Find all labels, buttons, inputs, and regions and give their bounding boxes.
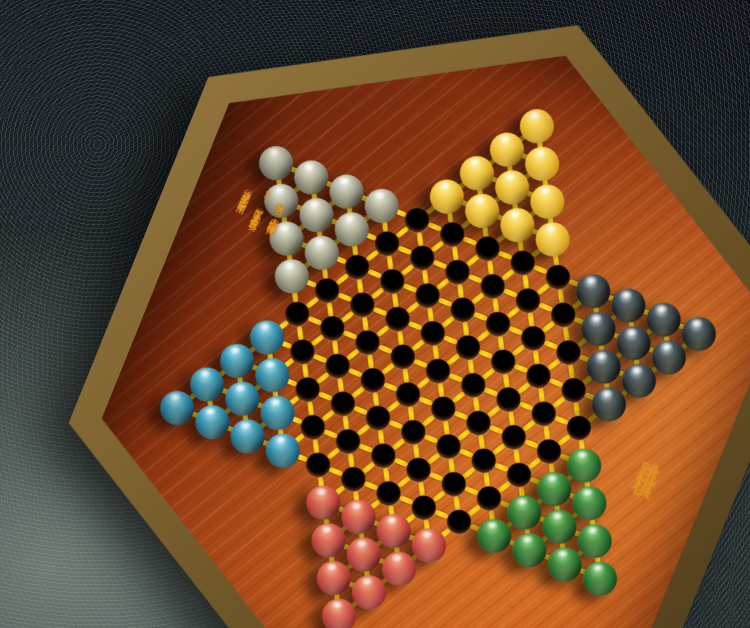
board-line-dash — [533, 349, 540, 364]
board-line-dash — [557, 288, 564, 303]
board-line-dash — [467, 359, 474, 374]
board-line-dash — [416, 231, 423, 246]
board-line-dash — [332, 339, 339, 354]
board-line-dash — [527, 312, 534, 327]
board-line-dash — [362, 316, 369, 331]
board-line-dash — [397, 330, 404, 345]
board-line-dash — [543, 425, 550, 440]
board-line-dash — [452, 245, 459, 260]
photo-stage: 警告：内含细小物件 3岁以下儿童不宜玩耍 须在成年人监护下使用 跳棋 — [0, 0, 750, 628]
board-line-dash — [372, 391, 379, 406]
board-line-dash — [453, 495, 460, 510]
marble-smoke-gray[interactable] — [254, 141, 298, 185]
board-line-dash — [422, 269, 429, 284]
board-line-dash — [457, 283, 464, 298]
board-line-dash — [522, 274, 529, 289]
board-line-dash — [432, 344, 439, 359]
board-line-dash — [383, 467, 390, 482]
board-line-dash — [302, 363, 309, 378]
board-line-dash — [443, 420, 450, 435]
board-line-dash — [478, 434, 485, 449]
board-line-dash — [448, 458, 455, 473]
board-line-dash — [326, 302, 333, 317]
board-line-dash — [392, 292, 399, 307]
board-line-dash — [573, 401, 580, 416]
board-line-dash — [503, 373, 510, 388]
board-line-dash — [437, 382, 444, 397]
board-line-dash — [513, 448, 520, 463]
board-line-dash — [407, 406, 414, 421]
board-line-dash — [342, 415, 349, 430]
board-line-dash — [508, 411, 515, 426]
board-line-dash — [337, 377, 344, 392]
board-line-dash — [483, 472, 490, 487]
board-line-dash — [402, 368, 409, 383]
board-line-dash — [427, 307, 434, 322]
board-line-dash — [296, 325, 303, 340]
board-line-dash — [473, 396, 480, 411]
board-line-dash — [347, 453, 354, 468]
board-line-dash — [568, 364, 575, 379]
board-line-dash — [386, 255, 393, 270]
board-line-dash — [312, 438, 319, 453]
board-line-dash — [367, 354, 374, 369]
board-line-dash — [307, 401, 314, 416]
board-line-dash — [462, 321, 469, 336]
board-line-dash — [356, 278, 363, 293]
board-line-dash — [497, 335, 504, 350]
board-line-dash — [377, 429, 384, 444]
board-line-dash — [487, 260, 494, 275]
board-line-dash — [492, 297, 499, 312]
board-line-dash — [538, 387, 545, 402]
board-line-dash — [418, 481, 425, 496]
board-line-dash — [563, 326, 570, 341]
board-line-dash — [413, 443, 420, 458]
